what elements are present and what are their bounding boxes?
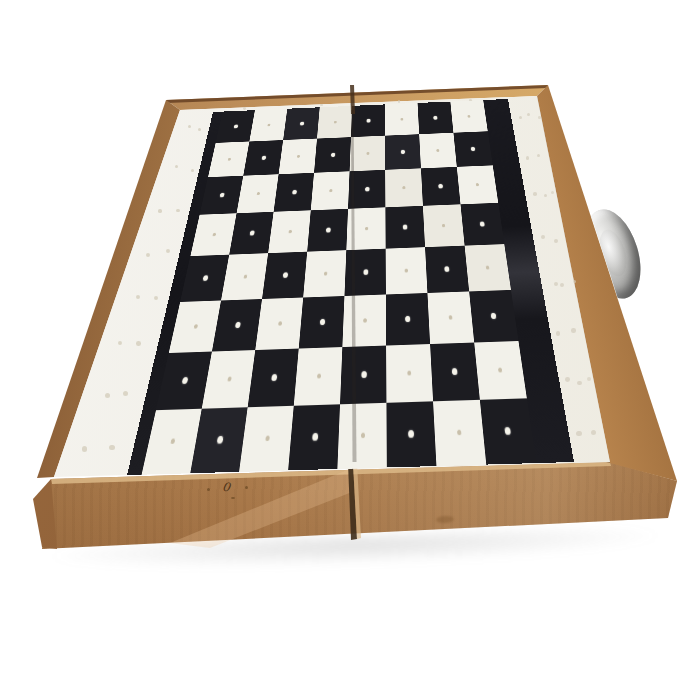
- peg-hole: [181, 377, 188, 384]
- square-r2c2: [243, 140, 283, 176]
- square-r7c2: [202, 350, 256, 409]
- peg-hole: [227, 157, 230, 160]
- square-r1c2: [249, 109, 287, 142]
- peg-hole: [198, 128, 201, 131]
- peg-hole: [176, 209, 180, 213]
- square-r7c3: [248, 349, 299, 408]
- peg-hole: [227, 376, 231, 381]
- square-r6c4: [299, 296, 345, 349]
- peg-hole: [320, 319, 325, 325]
- peg-hole: [320, 104, 323, 107]
- peg-hole: [170, 438, 175, 443]
- peg-hole: [448, 315, 452, 319]
- peg-hole: [249, 230, 254, 235]
- square-r2c6: [385, 134, 421, 170]
- peg-hole: [538, 116, 541, 119]
- peg-hole: [591, 430, 596, 435]
- peg-hole: [361, 432, 365, 438]
- peg-hole: [577, 381, 582, 386]
- peg-hole: [312, 432, 318, 440]
- peg-hole: [519, 116, 522, 119]
- square-r3c2: [237, 174, 279, 213]
- square-r3c8: [457, 165, 498, 204]
- peg-hole: [363, 269, 368, 275]
- peg-hole: [175, 165, 178, 168]
- square-r6c6: [386, 293, 430, 346]
- square-r6c3: [255, 297, 303, 350]
- peg-hole: [573, 280, 577, 284]
- peg-hole: [329, 189, 332, 192]
- square-r1c4: [317, 106, 352, 139]
- peg-hole: [283, 272, 288, 278]
- peg-hole: [405, 315, 410, 321]
- square-r4c7: [423, 204, 465, 247]
- peg-hole: [556, 331, 561, 336]
- peg-hole: [571, 328, 576, 333]
- peg-hole: [136, 295, 140, 299]
- square-r4c6: [385, 206, 425, 249]
- peg-hole: [587, 377, 591, 381]
- peg-hole: [498, 367, 502, 372]
- square-r2c7: [419, 133, 457, 169]
- peg-hole: [365, 226, 368, 230]
- peg-hole: [202, 275, 208, 281]
- square-r7c5: [340, 346, 386, 405]
- peg-hole: [436, 149, 439, 152]
- square-r6c7: [427, 291, 474, 344]
- peg-hole: [136, 341, 141, 346]
- square-r8c8: [480, 398, 536, 464]
- peg-hole: [361, 371, 366, 378]
- peg-hole: [526, 156, 529, 159]
- square-r7c6: [386, 344, 433, 403]
- peg-hole: [188, 125, 191, 128]
- square-r4c4: [307, 209, 348, 252]
- peg-hole: [404, 268, 407, 272]
- square-r1c5: [351, 104, 385, 137]
- peg-hole: [537, 154, 540, 157]
- square-r5c5: [344, 249, 385, 296]
- peg-hole: [158, 209, 162, 213]
- square-r5c6: [386, 247, 428, 294]
- peg-hole: [551, 191, 554, 194]
- square-r1c7: [418, 102, 454, 135]
- peg-hole: [334, 121, 337, 124]
- square-r7c7: [430, 343, 480, 402]
- peg-hole: [317, 373, 321, 378]
- peg-hole: [554, 239, 558, 243]
- peg-hole: [490, 312, 496, 318]
- square-r3c6: [385, 168, 423, 207]
- peg-hole: [288, 229, 292, 233]
- peg-hole: [271, 374, 277, 381]
- square-r3c7: [421, 167, 461, 206]
- peg-hole: [544, 194, 548, 198]
- peg-hole: [297, 155, 300, 158]
- peg-hole: [105, 393, 110, 398]
- peg-hole: [554, 282, 558, 286]
- square-r5c3: [262, 252, 307, 299]
- peg-hole: [408, 430, 414, 438]
- peg-hole: [331, 152, 335, 156]
- square-r2c4: [314, 137, 351, 173]
- peg-hole: [278, 321, 282, 325]
- peg-hole: [576, 431, 581, 436]
- peg-hole: [109, 445, 114, 450]
- peg-hole: [402, 186, 405, 189]
- square-r5c8: [465, 244, 511, 291]
- square-r3c4: [311, 171, 350, 210]
- peg-hole: [123, 391, 128, 396]
- peg-hole: [565, 377, 570, 382]
- peg-hole: [326, 227, 331, 232]
- square-r6c8: [469, 290, 518, 343]
- peg-hole: [256, 192, 260, 195]
- peg-hole: [292, 190, 297, 195]
- peg-hole: [235, 322, 241, 328]
- square-r6c5: [342, 294, 386, 347]
- peg-hole: [300, 121, 304, 125]
- square-r4c8: [461, 203, 505, 246]
- square-r7c8: [474, 341, 527, 400]
- peg-hole: [400, 118, 403, 121]
- peg-hole: [438, 184, 443, 189]
- peg-hole: [193, 324, 197, 328]
- peg-hole: [233, 124, 238, 128]
- peg-hole: [323, 271, 327, 275]
- square-r8c5: [337, 403, 386, 469]
- peg-hole: [216, 435, 223, 443]
- square-r1c6: [385, 103, 419, 136]
- peg-hole: [212, 232, 216, 236]
- square-r4c2: [229, 212, 273, 255]
- square-r5c2: [221, 253, 268, 300]
- peg-hole: [191, 169, 194, 172]
- peg-hole: [366, 152, 369, 155]
- peg-hole: [243, 274, 247, 278]
- peg-hole: [527, 113, 530, 116]
- square-r1c3: [283, 107, 320, 140]
- peg-hole: [243, 107, 246, 110]
- square-r1c8: [450, 100, 487, 133]
- peg-hole: [541, 235, 545, 239]
- square-r6c2: [212, 299, 262, 352]
- peg-hole: [154, 296, 158, 300]
- square-r4c3: [268, 210, 311, 253]
- peg-hole: [467, 115, 470, 118]
- peg-hole: [457, 429, 461, 435]
- square-r3c3: [274, 173, 314, 212]
- peg-hole: [485, 265, 489, 269]
- peg-hole: [219, 193, 224, 198]
- peg-hole: [407, 370, 411, 375]
- peg-hole: [166, 249, 170, 253]
- peg-hole: [475, 183, 478, 186]
- peg-hole: [265, 435, 270, 440]
- square-r5c4: [303, 250, 346, 297]
- square-r8c7: [433, 400, 486, 466]
- peg-hole: [479, 221, 484, 226]
- peg-hole: [118, 341, 123, 346]
- peg-hole: [365, 187, 369, 192]
- square-r7c4: [294, 347, 343, 406]
- peg-hole: [504, 427, 511, 435]
- peg-hole: [366, 119, 370, 123]
- peg-hole: [267, 123, 270, 126]
- peg-hole: [82, 446, 87, 451]
- peg-hole: [402, 224, 407, 229]
- square-r2c5: [350, 136, 386, 172]
- peg-hole: [400, 150, 404, 154]
- peg-hole: [433, 116, 437, 120]
- square-r8c6: [386, 401, 436, 467]
- peg-hole: [261, 155, 266, 159]
- square-r8c3: [239, 406, 294, 472]
- peg-hole: [146, 253, 150, 257]
- peg-hole: [560, 283, 564, 287]
- peg-hole: [441, 223, 444, 227]
- square-r8c4: [288, 404, 340, 470]
- peg-hole: [444, 266, 449, 272]
- peg-hole: [533, 192, 537, 196]
- peg-hole: [470, 147, 475, 151]
- square-r5c7: [425, 246, 469, 293]
- board-photo-scene: 0: [0, 0, 700, 700]
- square-r2c3: [279, 139, 317, 175]
- peg-hole: [451, 368, 457, 375]
- peg-hole: [363, 318, 367, 322]
- square-r2c8: [453, 131, 492, 167]
